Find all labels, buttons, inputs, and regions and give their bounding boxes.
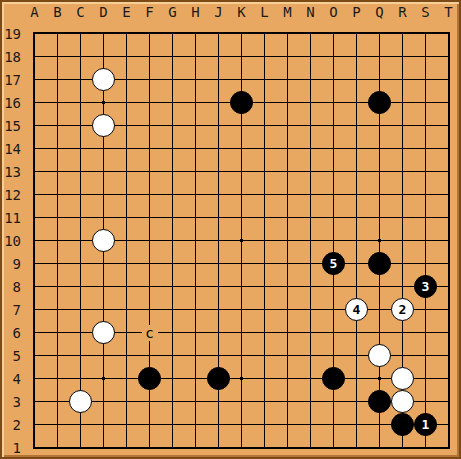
- row-label-16: 16: [2, 95, 21, 111]
- column-label-F: F: [141, 4, 159, 20]
- row-label-7: 7: [2, 302, 21, 318]
- white-stone-D6: [92, 321, 115, 344]
- black-stone-J4: [207, 367, 230, 390]
- row-label-10: 10: [2, 233, 21, 249]
- black-stone-S8: 3: [414, 275, 437, 298]
- black-stone-Q3: [368, 390, 391, 413]
- black-stone-Q16: [368, 91, 391, 114]
- star-point-Q4: [378, 377, 381, 380]
- column-label-N: N: [302, 4, 320, 20]
- row-label-8: 8: [2, 279, 21, 295]
- white-stone-C3: [69, 390, 92, 413]
- black-stone-O4: [322, 367, 345, 390]
- column-label-C: C: [72, 4, 90, 20]
- column-label-L: L: [256, 4, 274, 20]
- row-label-12: 12: [2, 187, 21, 203]
- column-label-O: O: [325, 4, 343, 20]
- star-point-D4: [102, 377, 105, 380]
- white-stone-Q5: [368, 344, 391, 367]
- column-label-J: J: [210, 4, 228, 20]
- row-label-4: 4: [2, 371, 21, 387]
- white-stone-D10: [92, 229, 115, 252]
- black-stone-S2: 1: [414, 413, 437, 436]
- white-stone-D15: [92, 114, 115, 137]
- white-stone-R3: [391, 390, 414, 413]
- row-label-6: 6: [2, 325, 21, 341]
- row-label-1: 1: [2, 440, 21, 456]
- point-label-c: c: [142, 325, 158, 341]
- column-label-P: P: [348, 4, 366, 20]
- white-stone-R4: [391, 367, 414, 390]
- column-label-T: T: [440, 4, 458, 20]
- column-label-S: S: [417, 4, 435, 20]
- black-stone-K16: [230, 91, 253, 114]
- row-label-9: 9: [2, 256, 21, 272]
- star-point-Q10: [378, 239, 381, 242]
- column-label-R: R: [394, 4, 412, 20]
- black-stone-R2: [391, 413, 414, 436]
- column-label-A: A: [26, 4, 44, 20]
- column-label-M: M: [279, 4, 297, 20]
- column-label-H: H: [187, 4, 205, 20]
- star-point-D16: [102, 101, 105, 104]
- white-stone-R7: 2: [391, 298, 414, 321]
- row-label-19: 19: [2, 26, 21, 42]
- white-stone-P7: 4: [345, 298, 368, 321]
- row-label-2: 2: [2, 417, 21, 433]
- column-label-B: B: [49, 4, 67, 20]
- column-label-Q: Q: [371, 4, 389, 20]
- white-stone-D17: [92, 68, 115, 91]
- row-label-17: 17: [2, 72, 21, 88]
- row-label-15: 15: [2, 118, 21, 134]
- row-label-5: 5: [2, 348, 21, 364]
- row-label-13: 13: [2, 164, 21, 180]
- star-point-K4: [240, 377, 243, 380]
- black-stone-O9: 5: [322, 252, 345, 275]
- column-label-K: K: [233, 4, 251, 20]
- column-label-D: D: [95, 4, 113, 20]
- black-stone-F4: [138, 367, 161, 390]
- go-board-diagram: ABCDEFGHJKLMNOPQRST191817161514131211109…: [0, 0, 461, 459]
- black-stone-Q9: [368, 252, 391, 275]
- column-label-G: G: [164, 4, 182, 20]
- star-point-K10: [240, 239, 243, 242]
- row-label-3: 3: [2, 394, 21, 410]
- row-label-14: 14: [2, 141, 21, 157]
- row-label-11: 11: [2, 210, 21, 226]
- row-label-18: 18: [2, 49, 21, 65]
- column-label-E: E: [118, 4, 136, 20]
